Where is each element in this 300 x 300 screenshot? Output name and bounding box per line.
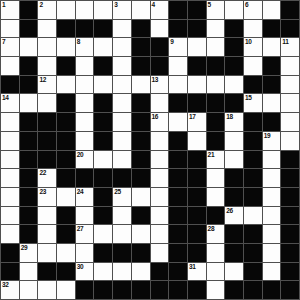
crossword-black-cell (132, 151, 150, 169)
crossword-black-cell (57, 113, 75, 131)
crossword-black-cell (38, 263, 56, 281)
crossword-cell[interactable]: 19 (263, 132, 281, 150)
crossword-black-cell (94, 169, 112, 187)
crossword-cell[interactable]: 12 (38, 76, 56, 94)
crossword-cell[interactable] (20, 94, 38, 112)
crossword-cell[interactable] (244, 57, 262, 75)
crossword-cell[interactable]: 23 (38, 188, 56, 206)
crossword-cell[interactable] (207, 20, 225, 38)
crossword-black-cell (1, 76, 19, 94)
crossword-cell[interactable] (151, 188, 169, 206)
crossword-cell[interactable] (225, 151, 243, 169)
crossword-black-cell (188, 20, 206, 38)
crossword-black-cell (263, 113, 281, 131)
crossword-cell[interactable] (151, 20, 169, 38)
crossword-cell[interactable] (188, 132, 206, 150)
crossword-black-cell (263, 281, 281, 299)
crossword-black-cell (20, 1, 38, 19)
clue-number: 12 (39, 76, 46, 83)
crossword-black-cell (132, 113, 150, 131)
clue-number: 23 (39, 188, 46, 195)
crossword-cell[interactable] (263, 38, 281, 56)
crossword-black-cell (281, 188, 299, 206)
crossword-cell[interactable] (263, 94, 281, 112)
crossword-black-cell (188, 244, 206, 262)
crossword-black-cell (225, 20, 243, 38)
crossword-black-cell (113, 281, 131, 299)
clue-number: 3 (114, 1, 117, 8)
crossword-cell[interactable] (1, 132, 19, 150)
crossword-black-cell (20, 20, 38, 38)
crossword-black-cell (94, 57, 112, 75)
crossword-black-cell (188, 188, 206, 206)
crossword-black-cell (113, 169, 131, 187)
crossword-cell[interactable] (1, 225, 19, 243)
clue-number: 29 (21, 244, 28, 251)
crossword-black-cell (38, 113, 56, 131)
crossword-cell[interactable]: 17 (188, 113, 206, 131)
crossword-black-cell (281, 151, 299, 169)
crossword-cell[interactable] (132, 1, 150, 19)
clue-number: 9 (170, 38, 173, 45)
crossword-cell[interactable] (225, 132, 243, 150)
crossword-black-cell (188, 151, 206, 169)
crossword-cell[interactable] (76, 57, 94, 75)
crossword-cell[interactable]: 1 (1, 1, 19, 19)
crossword-grid: 1234567891011121314151617181920212223242… (0, 0, 300, 300)
crossword-black-cell (281, 244, 299, 262)
crossword-cell[interactable] (151, 151, 169, 169)
clue-number: 32 (2, 281, 9, 288)
crossword-cell[interactable] (151, 225, 169, 243)
clue-number: 24 (77, 188, 84, 195)
crossword-cell[interactable]: 18 (225, 113, 243, 131)
crossword-cell[interactable] (207, 38, 225, 56)
crossword-cell[interactable] (281, 57, 299, 75)
clue-number: 22 (39, 169, 46, 176)
clue-number: 20 (77, 151, 84, 158)
crossword-cell[interactable]: 15 (244, 94, 262, 112)
crossword-cell[interactable] (207, 263, 225, 281)
crossword-black-cell (225, 94, 243, 112)
crossword-cell[interactable] (281, 94, 299, 112)
crossword-black-cell (1, 263, 19, 281)
crossword-cell[interactable] (94, 76, 112, 94)
crossword-cell[interactable] (20, 38, 38, 56)
clue-number: 30 (77, 263, 84, 270)
clue-number: 31 (189, 263, 196, 270)
crossword-black-cell (169, 1, 187, 19)
crossword-black-cell (188, 94, 206, 112)
crossword-cell[interactable] (207, 169, 225, 187)
crossword-cell[interactable] (263, 1, 281, 19)
crossword-black-cell (94, 188, 112, 206)
crossword-cell[interactable] (188, 76, 206, 94)
crossword-black-cell (57, 57, 75, 75)
crossword-black-cell (169, 132, 187, 150)
crossword-black-cell (20, 132, 38, 150)
crossword-cell[interactable] (38, 38, 56, 56)
crossword-cell[interactable] (76, 244, 94, 262)
crossword-black-cell (20, 113, 38, 131)
crossword-black-cell (94, 207, 112, 225)
crossword-black-cell (281, 20, 299, 38)
crossword-black-cell (169, 244, 187, 262)
crossword-black-cell (94, 113, 112, 131)
crossword-cell[interactable] (225, 263, 243, 281)
crossword-black-cell (94, 244, 112, 262)
crossword-cell[interactable] (38, 94, 56, 112)
crossword-cell[interactable] (57, 188, 75, 206)
crossword-black-cell (225, 38, 243, 56)
crossword-cell[interactable] (263, 263, 281, 281)
crossword-black-cell (244, 113, 262, 131)
crossword-cell[interactable] (281, 132, 299, 150)
crossword-black-cell (169, 169, 187, 187)
crossword-black-cell (188, 169, 206, 187)
crossword-black-cell (169, 151, 187, 169)
crossword-black-cell (188, 225, 206, 243)
crossword-cell[interactable] (57, 244, 75, 262)
crossword-black-cell (281, 207, 299, 225)
crossword-cell[interactable] (244, 207, 262, 225)
crossword-black-cell (244, 281, 262, 299)
crossword-cell[interactable]: 3 (113, 1, 131, 19)
crossword-cell[interactable] (1, 188, 19, 206)
crossword-black-cell (188, 57, 206, 75)
crossword-black-cell (57, 132, 75, 150)
crossword-cell[interactable] (1, 57, 19, 75)
crossword-cell[interactable]: 20 (76, 151, 94, 169)
crossword-black-cell (20, 151, 38, 169)
crossword-black-cell (94, 20, 112, 38)
clue-number: 26 (226, 207, 233, 214)
crossword-cell[interactable]: 16 (151, 113, 169, 131)
clue-number: 14 (2, 94, 9, 101)
crossword-black-cell (188, 281, 206, 299)
crossword-black-cell (20, 225, 38, 243)
clue-number: 28 (208, 225, 215, 232)
clue-number: 7 (2, 38, 5, 45)
crossword-black-cell (76, 169, 94, 187)
crossword-black-cell (94, 132, 112, 150)
crossword-cell[interactable] (169, 76, 187, 94)
crossword-black-cell (113, 244, 131, 262)
crossword-cell[interactable] (207, 76, 225, 94)
clue-number: 1 (2, 1, 5, 8)
crossword-cell[interactable] (113, 38, 131, 56)
clue-number: 11 (282, 38, 288, 45)
crossword-black-cell (263, 57, 281, 75)
crossword-black-cell (20, 207, 38, 225)
crossword-black-cell (263, 20, 281, 38)
crossword-black-cell (244, 244, 262, 262)
crossword-cell[interactable] (1, 169, 19, 187)
crossword-black-cell (57, 151, 75, 169)
crossword-black-cell (57, 169, 75, 187)
crossword-cell[interactable] (207, 244, 225, 262)
clue-number: 19 (264, 132, 271, 139)
crossword-cell[interactable]: 10 (244, 38, 262, 56)
crossword-cell[interactable]: 6 (244, 1, 262, 19)
crossword-cell[interactable]: 4 (151, 1, 169, 19)
crossword-cell[interactable] (113, 113, 131, 131)
crossword-black-cell (207, 57, 225, 75)
clue-number: 8 (77, 38, 80, 45)
crossword-cell[interactable]: 25 (113, 188, 131, 206)
crossword-cell[interactable] (132, 188, 150, 206)
crossword-cell[interactable] (38, 244, 56, 262)
crossword-black-cell (225, 225, 243, 243)
crossword-cell[interactable] (38, 281, 56, 299)
crossword-cell[interactable] (132, 225, 150, 243)
crossword-black-cell (20, 57, 38, 75)
crossword-cell[interactable] (76, 132, 94, 150)
crossword-cell[interactable] (57, 76, 75, 94)
crossword-cell[interactable] (94, 151, 112, 169)
crossword-cell[interactable] (94, 1, 112, 19)
crossword-black-cell (76, 281, 94, 299)
crossword-cell[interactable]: 27 (76, 225, 94, 243)
clue-number: 25 (114, 188, 121, 195)
crossword-cell[interactable]: 14 (1, 94, 19, 112)
crossword-black-cell (244, 151, 262, 169)
crossword-black-cell (188, 1, 206, 19)
crossword-black-cell (57, 207, 75, 225)
crossword-cell[interactable] (207, 281, 225, 299)
crossword-black-cell (169, 94, 187, 112)
crossword-black-cell (57, 20, 75, 38)
crossword-black-cell (38, 151, 56, 169)
crossword-cell[interactable] (169, 113, 187, 131)
crossword-black-cell (76, 20, 94, 38)
crossword-cell[interactable] (263, 151, 281, 169)
crossword-black-cell (151, 263, 169, 281)
crossword-cell[interactable]: 7 (1, 38, 19, 56)
crossword-black-cell (225, 281, 243, 299)
crossword-black-cell (169, 281, 187, 299)
crossword-cell[interactable] (94, 263, 112, 281)
crossword-cell[interactable]: 32 (1, 281, 19, 299)
crossword-cell[interactable] (132, 263, 150, 281)
crossword-cell[interactable] (263, 244, 281, 262)
crossword-black-cell (169, 188, 187, 206)
crossword-black-cell (169, 225, 187, 243)
crossword-black-cell (151, 57, 169, 75)
crossword-cell[interactable] (151, 207, 169, 225)
crossword-cell[interactable] (113, 225, 131, 243)
crossword-black-cell (207, 94, 225, 112)
clue-number: 2 (39, 1, 42, 8)
clue-number: 21 (208, 151, 215, 158)
crossword-cell[interactable] (169, 57, 187, 75)
clue-number: 15 (245, 94, 252, 101)
crossword-cell[interactable] (38, 225, 56, 243)
crossword-black-cell (281, 1, 299, 19)
crossword-black-cell (244, 225, 262, 243)
crossword-black-cell (132, 132, 150, 150)
crossword-black-cell (188, 207, 206, 225)
crossword-cell[interactable] (20, 281, 38, 299)
crossword-cell[interactable] (151, 94, 169, 112)
crossword-cell[interactable]: 29 (20, 244, 38, 262)
crossword-cell[interactable] (151, 244, 169, 262)
crossword-cell[interactable] (244, 20, 262, 38)
crossword-cell[interactable]: 21 (207, 151, 225, 169)
crossword-black-cell (169, 263, 187, 281)
crossword-black-cell (207, 113, 225, 131)
crossword-cell[interactable] (132, 76, 150, 94)
crossword-black-cell (244, 169, 262, 187)
crossword-black-cell (244, 76, 262, 94)
crossword-cell[interactable]: 28 (207, 225, 225, 243)
crossword-cell[interactable] (113, 57, 131, 75)
crossword-cell[interactable] (113, 76, 131, 94)
crossword-cell[interactable] (281, 113, 299, 131)
crossword-black-cell (20, 188, 38, 206)
crossword-black-cell (132, 169, 150, 187)
crossword-cell[interactable] (76, 113, 94, 131)
crossword-cell[interactable] (38, 57, 56, 75)
crossword-black-cell (151, 38, 169, 56)
crossword-cell[interactable]: 24 (76, 188, 94, 206)
crossword-black-cell (169, 207, 187, 225)
crossword-cell[interactable] (225, 1, 243, 19)
crossword-black-cell (207, 132, 225, 150)
crossword-cell[interactable] (151, 132, 169, 150)
crossword-black-cell (244, 132, 262, 150)
crossword-cell[interactable] (113, 20, 131, 38)
clue-number: 18 (226, 113, 233, 120)
crossword-black-cell (132, 57, 150, 75)
crossword-black-cell (38, 132, 56, 150)
crossword-black-cell (151, 281, 169, 299)
crossword-black-cell (244, 188, 262, 206)
crossword-cell[interactable]: 22 (38, 169, 56, 187)
crossword-cell[interactable]: 5 (207, 1, 225, 19)
crossword-black-cell (263, 76, 281, 94)
crossword-cell[interactable] (38, 207, 56, 225)
clue-number: 17 (189, 113, 196, 120)
crossword-black-cell (57, 225, 75, 243)
crossword-black-cell (132, 207, 150, 225)
crossword-cell[interactable] (225, 76, 243, 94)
crossword-black-cell (20, 76, 38, 94)
crossword-cell[interactable] (1, 151, 19, 169)
crossword-black-cell (132, 281, 150, 299)
clue-number: 16 (152, 113, 159, 120)
crossword-black-cell (225, 57, 243, 75)
crossword-black-cell (281, 169, 299, 187)
crossword-cell[interactable] (113, 263, 131, 281)
crossword-cell[interactable] (94, 38, 112, 56)
crossword-black-cell (1, 244, 19, 262)
crossword-black-cell (57, 263, 75, 281)
crossword-cell[interactable] (263, 225, 281, 243)
crossword-cell[interactable] (38, 20, 56, 38)
clue-number: 10 (245, 38, 252, 45)
crossword-cell[interactable] (57, 281, 75, 299)
crossword-black-cell (207, 207, 225, 225)
crossword-black-cell (57, 94, 75, 112)
crossword-cell[interactable] (1, 20, 19, 38)
crossword-cell[interactable] (263, 207, 281, 225)
crossword-cell[interactable]: 2 (38, 1, 56, 19)
crossword-black-cell (281, 281, 299, 299)
crossword-cell[interactable] (76, 94, 94, 112)
clue-number: 5 (208, 1, 211, 8)
crossword-black-cell (281, 263, 299, 281)
crossword-board: 1234567891011121314151617181920212223242… (0, 0, 300, 300)
crossword-black-cell (281, 225, 299, 243)
crossword-black-cell (132, 244, 150, 262)
crossword-cell[interactable] (113, 94, 131, 112)
crossword-cell[interactable] (94, 225, 112, 243)
crossword-cell[interactable]: 31 (188, 263, 206, 281)
crossword-black-cell (132, 38, 150, 56)
crossword-cell[interactable]: 8 (76, 38, 94, 56)
crossword-cell[interactable] (113, 207, 131, 225)
crossword-cell[interactable] (76, 76, 94, 94)
clue-number: 27 (77, 225, 84, 232)
crossword-black-cell (94, 281, 112, 299)
clue-number: 4 (152, 1, 155, 8)
crossword-black-cell (225, 169, 243, 187)
crossword-cell[interactable]: 26 (225, 207, 243, 225)
crossword-cell[interactable] (151, 169, 169, 187)
crossword-cell[interactable] (188, 38, 206, 56)
crossword-black-cell (132, 94, 150, 112)
crossword-cell[interactable] (263, 188, 281, 206)
crossword-cell[interactable]: 9 (169, 38, 187, 56)
crossword-cell[interactable] (207, 188, 225, 206)
crossword-cell[interactable] (1, 113, 19, 131)
crossword-cell[interactable] (281, 76, 299, 94)
crossword-cell[interactable] (57, 38, 75, 56)
crossword-cell[interactable] (20, 263, 38, 281)
crossword-black-cell (244, 263, 262, 281)
crossword-cell[interactable] (76, 207, 94, 225)
crossword-cell[interactable] (1, 207, 19, 225)
crossword-black-cell (225, 244, 243, 262)
crossword-cell[interactable] (263, 169, 281, 187)
crossword-cell[interactable]: 13 (151, 76, 169, 94)
crossword-black-cell (20, 169, 38, 187)
crossword-black-cell (94, 94, 112, 112)
crossword-cell[interactable] (113, 132, 131, 150)
clue-number: 6 (245, 1, 248, 8)
crossword-cell[interactable]: 30 (76, 263, 94, 281)
crossword-black-cell (225, 188, 243, 206)
clue-number: 13 (152, 76, 159, 83)
crossword-cell[interactable]: 11 (281, 38, 299, 56)
crossword-cell[interactable] (76, 1, 94, 19)
crossword-black-cell (169, 20, 187, 38)
crossword-cell[interactable] (57, 1, 75, 19)
crossword-cell[interactable] (113, 151, 131, 169)
crossword-black-cell (132, 20, 150, 38)
